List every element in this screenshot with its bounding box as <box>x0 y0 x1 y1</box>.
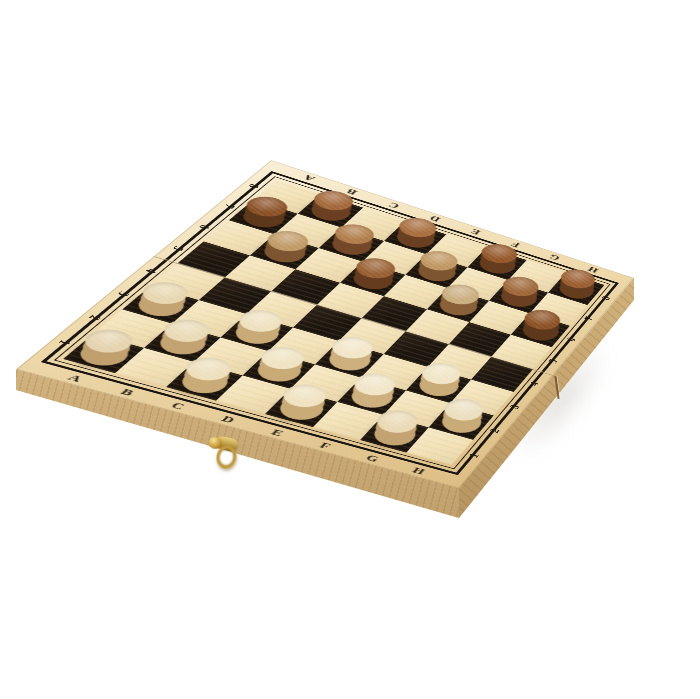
brass-clasp <box>203 434 245 475</box>
product-photo-scene: AABBCCDDEEFFGGHH1122334455667788 <box>0 0 700 699</box>
